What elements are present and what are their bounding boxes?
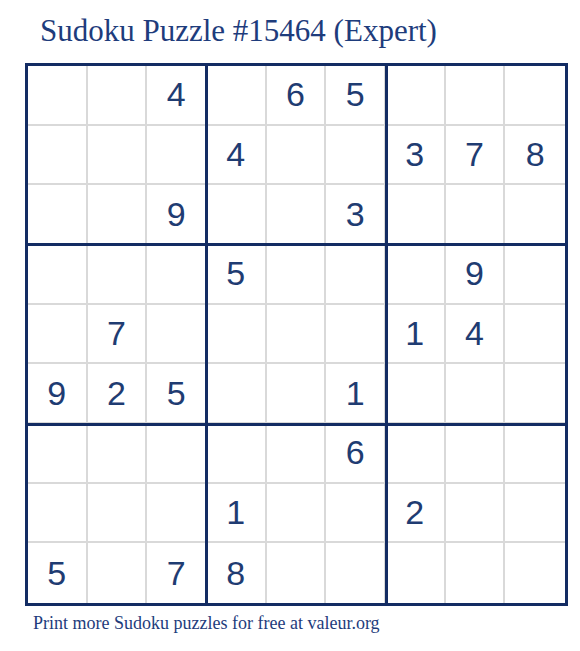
cell-r1c3: 4 [147,66,207,126]
cell-r3c7 [386,185,446,245]
cell-r2c2 [88,126,148,186]
cell-r3c3: 9 [147,185,207,245]
cell-r6c5 [267,364,327,424]
cell-r4c1 [28,245,88,305]
cell-r7c9 [505,424,565,484]
cell-r9c1: 5 [28,543,88,603]
cell-r7c8 [446,424,506,484]
cell-r8c9 [505,484,565,544]
cell-r9c9 [505,543,565,603]
cell-r9c7 [386,543,446,603]
cell-r3c8 [446,185,506,245]
cell-r5c4 [207,305,267,365]
cell-r4c5 [267,245,327,305]
sudoku-board: 465437893597149251612578 [25,63,568,606]
cell-r4c2 [88,245,148,305]
cell-r3c2 [88,185,148,245]
cell-r5c2: 7 [88,305,148,365]
cell-r6c1: 9 [28,364,88,424]
cell-r5c9 [505,305,565,365]
cell-r7c4 [207,424,267,484]
cell-r1c8 [446,66,506,126]
cell-r9c2 [88,543,148,603]
cell-r3c9 [505,185,565,245]
cell-r4c4: 5 [207,245,267,305]
cell-r5c5 [267,305,327,365]
cell-r2c8: 7 [446,126,506,186]
cell-r9c5 [267,543,327,603]
cell-r1c4 [207,66,267,126]
cell-r1c7 [386,66,446,126]
cell-r2c3 [147,126,207,186]
footer-text: Print more Sudoku puzzles for free at va… [33,613,380,634]
cell-r1c1 [28,66,88,126]
cell-r6c2: 2 [88,364,148,424]
cell-r5c6 [326,305,386,365]
cell-r7c6: 6 [326,424,386,484]
cell-r6c3: 5 [147,364,207,424]
cell-r1c2 [88,66,148,126]
cell-r3c1 [28,185,88,245]
cell-r4c9 [505,245,565,305]
cell-r3c5 [267,185,327,245]
cell-r9c4: 8 [207,543,267,603]
cell-r7c3 [147,424,207,484]
cell-r9c3: 7 [147,543,207,603]
cell-r8c7: 2 [386,484,446,544]
cell-r8c1 [28,484,88,544]
cell-r4c8: 9 [446,245,506,305]
cell-r3c4 [207,185,267,245]
cell-r5c7: 1 [386,305,446,365]
cell-r9c6 [326,543,386,603]
cell-r7c1 [28,424,88,484]
cell-r1c6: 5 [326,66,386,126]
cell-r4c6 [326,245,386,305]
cell-r5c3 [147,305,207,365]
cell-r2c9: 8 [505,126,565,186]
cell-r7c7 [386,424,446,484]
cell-r2c7: 3 [386,126,446,186]
cell-r6c8 [446,364,506,424]
cell-r4c7 [386,245,446,305]
cell-r6c9 [505,364,565,424]
cell-r2c5 [267,126,327,186]
cell-r8c3 [147,484,207,544]
cell-r3c6: 3 [326,185,386,245]
cell-r5c8: 4 [446,305,506,365]
cell-r6c7 [386,364,446,424]
cell-r7c5 [267,424,327,484]
cell-r8c8 [446,484,506,544]
cell-r7c2 [88,424,148,484]
cell-r2c6 [326,126,386,186]
cell-r2c4: 4 [207,126,267,186]
cell-r6c6: 1 [326,364,386,424]
puzzle-title: Sudoku Puzzle #15464 (Expert) [40,13,437,49]
cell-r1c5: 6 [267,66,327,126]
cell-r1c9 [505,66,565,126]
cell-r8c6 [326,484,386,544]
cell-r9c8 [446,543,506,603]
cell-r4c3 [147,245,207,305]
cell-r8c2 [88,484,148,544]
cell-r8c5 [267,484,327,544]
cell-r5c1 [28,305,88,365]
cell-r8c4: 1 [207,484,267,544]
cell-r6c4 [207,364,267,424]
cell-r2c1 [28,126,88,186]
